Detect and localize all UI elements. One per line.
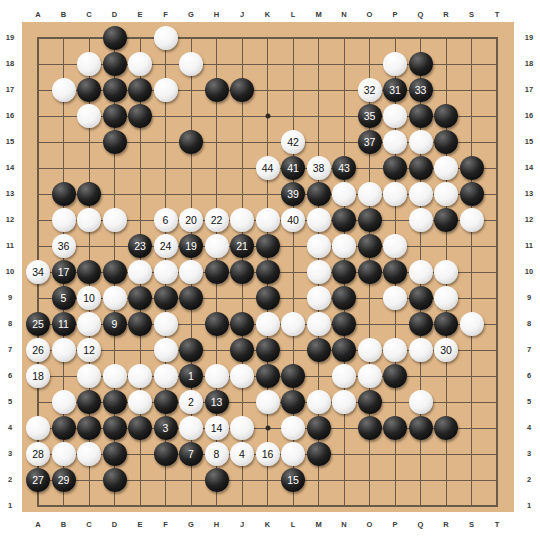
stone-black (103, 78, 127, 102)
column-label: M (315, 521, 321, 529)
stone-white (154, 338, 178, 362)
column-label: D (112, 521, 117, 529)
stone-white (77, 442, 101, 466)
column-label: F (163, 11, 168, 19)
stone-black (332, 286, 356, 310)
stone-white (77, 364, 101, 388)
stone-black (307, 182, 331, 206)
stone-black-move-5: 5 (52, 286, 76, 310)
stone-white (154, 26, 178, 50)
stone-black (434, 208, 458, 232)
stone-black (256, 364, 280, 388)
stone-black-move-23: 23 (128, 234, 152, 258)
row-label: 18 (521, 60, 537, 68)
column-label: S (469, 11, 474, 19)
stone-white (205, 364, 229, 388)
row-label: 13 (521, 190, 537, 198)
stone-black (103, 104, 127, 128)
stone-white (103, 364, 127, 388)
column-label: T (495, 11, 500, 19)
stone-white-move-36: 36 (52, 234, 76, 258)
stone-black (77, 260, 101, 284)
stone-black (52, 416, 76, 440)
stone-black (332, 260, 356, 284)
stone-black (205, 468, 229, 492)
stones-grid: 3231333542374441384339620224036232419213… (25, 25, 510, 519)
stone-black (77, 78, 101, 102)
stone-black (128, 416, 152, 440)
stone-black (460, 182, 484, 206)
stone-black (332, 208, 356, 232)
stone-black-move-17: 17 (52, 260, 76, 284)
stone-white (52, 442, 76, 466)
stone-black-move-41: 41 (281, 156, 305, 180)
stone-black-move-13: 13 (205, 390, 229, 414)
column-label: H (214, 521, 219, 529)
stone-black (307, 416, 331, 440)
row-label: 2 (2, 476, 18, 484)
stone-white (52, 78, 76, 102)
row-label: 4 (2, 424, 18, 432)
row-label: 6 (521, 372, 537, 380)
stone-white (230, 208, 254, 232)
stone-white (154, 78, 178, 102)
stone-black (154, 286, 178, 310)
stone-white (103, 208, 127, 232)
stone-white (409, 208, 433, 232)
row-label: 16 (521, 112, 537, 120)
row-label: 9 (2, 294, 18, 302)
stone-white (307, 286, 331, 310)
stone-black (358, 260, 382, 284)
stone-black (256, 234, 280, 258)
row-label: 3 (2, 450, 18, 458)
column-label: E (137, 11, 142, 19)
stone-white (409, 182, 433, 206)
stone-white (460, 208, 484, 232)
stone-black (332, 338, 356, 362)
column-label: Q (418, 521, 424, 529)
row-label: 19 (521, 34, 537, 42)
stone-white (256, 390, 280, 414)
stone-white (434, 182, 458, 206)
row-label: 15 (2, 138, 18, 146)
stone-white (77, 104, 101, 128)
stone-black (103, 416, 127, 440)
stone-white (358, 364, 382, 388)
row-label: 1 (2, 502, 18, 510)
row-label: 6 (2, 372, 18, 380)
stone-black (205, 312, 229, 336)
column-label: P (392, 521, 397, 529)
stone-white (383, 104, 407, 128)
stone-black (179, 130, 203, 154)
stone-black (77, 390, 101, 414)
stone-white (307, 390, 331, 414)
stone-white (307, 234, 331, 258)
stone-white-move-18: 18 (26, 364, 50, 388)
row-label: 17 (2, 86, 18, 94)
column-label: O (367, 521, 373, 529)
column-label: C (86, 521, 91, 529)
stone-white (26, 416, 50, 440)
stone-black (383, 416, 407, 440)
stone-black (460, 156, 484, 180)
stone-black (230, 338, 254, 362)
stone-white-move-4: 4 (230, 442, 254, 466)
row-label: 8 (521, 320, 537, 328)
stone-white (103, 286, 127, 310)
stone-white (383, 182, 407, 206)
row-label: 8 (2, 320, 18, 328)
stone-black (205, 260, 229, 284)
column-label: N (341, 11, 346, 19)
stone-white-move-30: 30 (434, 338, 458, 362)
row-label: 14 (521, 164, 537, 172)
stone-white (460, 312, 484, 336)
stone-black (77, 182, 101, 206)
stone-black (128, 312, 152, 336)
column-label: J (240, 521, 244, 529)
row-label: 7 (2, 346, 18, 354)
stone-white (256, 312, 280, 336)
column-label: K (265, 521, 270, 529)
stone-white (154, 312, 178, 336)
stone-black (103, 130, 127, 154)
stone-white (179, 260, 203, 284)
column-label: L (291, 521, 296, 529)
stone-white (77, 208, 101, 232)
stone-white-move-42: 42 (281, 130, 305, 154)
stone-black (256, 260, 280, 284)
column-label: H (214, 11, 219, 19)
stone-black (409, 416, 433, 440)
stone-white (434, 156, 458, 180)
stone-black (103, 468, 127, 492)
stone-white-move-28: 28 (26, 442, 50, 466)
stone-black (103, 442, 127, 466)
stone-black (256, 286, 280, 310)
column-label: P (392, 11, 397, 19)
row-label: 2 (521, 476, 537, 484)
stone-white (358, 338, 382, 362)
stone-black (281, 364, 305, 388)
stone-black (256, 338, 280, 362)
stone-white (230, 416, 254, 440)
stone-white (256, 208, 280, 232)
stone-black (52, 182, 76, 206)
stone-black-move-31: 31 (383, 78, 407, 102)
stone-black-move-21: 21 (230, 234, 254, 258)
stone-black-move-33: 33 (409, 78, 433, 102)
row-label: 5 (2, 398, 18, 406)
stone-white (281, 442, 305, 466)
stone-black (307, 442, 331, 466)
stone-white (409, 260, 433, 284)
stone-black (409, 156, 433, 180)
stone-white (307, 312, 331, 336)
stone-black (409, 286, 433, 310)
stone-white-move-32: 32 (358, 78, 382, 102)
stone-black (409, 104, 433, 128)
stone-black-move-15: 15 (281, 468, 305, 492)
stone-black-move-27: 27 (26, 468, 50, 492)
column-label: R (443, 521, 448, 529)
stone-black (154, 442, 178, 466)
stone-black (332, 312, 356, 336)
column-label: T (495, 521, 500, 529)
row-label: 12 (521, 216, 537, 224)
stone-white-move-10: 10 (77, 286, 101, 310)
column-label: C (86, 11, 91, 19)
stone-white (230, 364, 254, 388)
stone-white (332, 182, 356, 206)
stone-white (332, 234, 356, 258)
stone-black-move-9: 9 (103, 312, 127, 336)
column-label: G (188, 521, 194, 529)
stone-white (154, 260, 178, 284)
stone-black-move-37: 37 (358, 130, 382, 154)
stone-black (230, 312, 254, 336)
stone-black (103, 52, 127, 76)
column-label: G (188, 11, 194, 19)
row-label: 11 (2, 242, 18, 250)
stone-black (358, 208, 382, 232)
row-label: 7 (521, 346, 537, 354)
row-label: 13 (2, 190, 18, 198)
stone-black (434, 312, 458, 336)
stone-white-move-16: 16 (256, 442, 280, 466)
stone-white (281, 312, 305, 336)
column-label: K (265, 11, 270, 19)
stone-white (358, 182, 382, 206)
stone-black (434, 104, 458, 128)
stone-white (77, 52, 101, 76)
stone-white (332, 390, 356, 414)
stone-white (434, 286, 458, 310)
stone-white (307, 208, 331, 232)
page: AABBCCDDEEFFGGHHJJKKLLMMNNOOPPQQRRSSTT19… (0, 0, 540, 540)
stone-black (179, 338, 203, 362)
stone-black (128, 78, 152, 102)
column-label: S (469, 521, 474, 529)
stone-white (128, 260, 152, 284)
column-label: B (61, 521, 66, 529)
stone-black (409, 52, 433, 76)
stone-white (52, 390, 76, 414)
column-label: A (35, 521, 40, 529)
column-label: J (240, 11, 244, 19)
stone-black (358, 416, 382, 440)
stone-white (179, 416, 203, 440)
stone-white (332, 364, 356, 388)
stone-white (383, 52, 407, 76)
stone-white (52, 338, 76, 362)
stone-white-move-38: 38 (307, 156, 331, 180)
stone-black (434, 416, 458, 440)
stone-white (409, 338, 433, 362)
stone-white-move-6: 6 (154, 208, 178, 232)
stone-white (128, 52, 152, 76)
stone-black-move-39: 39 (281, 182, 305, 206)
column-label: L (291, 11, 296, 19)
stone-black (154, 390, 178, 414)
stone-black (128, 286, 152, 310)
stone-white-move-22: 22 (205, 208, 229, 232)
column-label: R (443, 11, 448, 19)
stone-white-move-40: 40 (281, 208, 305, 232)
stone-black (383, 156, 407, 180)
column-label: F (163, 521, 168, 529)
column-label: N (341, 521, 346, 529)
stone-white (52, 208, 76, 232)
column-label: D (112, 11, 117, 19)
row-label: 3 (521, 450, 537, 458)
stone-black (409, 312, 433, 336)
stone-white (128, 390, 152, 414)
stone-white-move-34: 34 (26, 260, 50, 284)
stone-white-move-26: 26 (26, 338, 50, 362)
stone-black (281, 390, 305, 414)
stone-black (358, 234, 382, 258)
row-label: 5 (521, 398, 537, 406)
stone-white (205, 234, 229, 258)
stone-black-move-25: 25 (26, 312, 50, 336)
stone-black (205, 78, 229, 102)
stone-white (383, 130, 407, 154)
row-label: 1 (521, 502, 537, 510)
row-label: 17 (521, 86, 537, 94)
stone-white-move-44: 44 (256, 156, 280, 180)
stone-black (128, 104, 152, 128)
stone-white-move-8: 8 (205, 442, 229, 466)
stone-white-move-24: 24 (154, 234, 178, 258)
column-label: O (367, 11, 373, 19)
stone-white (307, 260, 331, 284)
stone-black (179, 286, 203, 310)
stone-black-move-1: 1 (179, 364, 203, 388)
stone-black (230, 78, 254, 102)
row-label: 4 (521, 424, 537, 432)
stone-white (281, 416, 305, 440)
row-label: 14 (2, 164, 18, 172)
stone-black-move-29: 29 (52, 468, 76, 492)
stone-white-move-2: 2 (179, 390, 203, 414)
stone-white (383, 234, 407, 258)
stone-black (103, 390, 127, 414)
stone-black-move-11: 11 (52, 312, 76, 336)
stone-black-move-43: 43 (332, 156, 356, 180)
stone-black (383, 364, 407, 388)
stone-white (383, 338, 407, 362)
stone-white (383, 286, 407, 310)
row-label: 11 (521, 242, 537, 250)
column-label: A (35, 11, 40, 19)
stone-black (383, 260, 407, 284)
stone-white (409, 390, 433, 414)
stone-black (103, 260, 127, 284)
column-label: B (61, 11, 66, 19)
row-label: 10 (2, 268, 18, 276)
stone-black-move-3: 3 (154, 416, 178, 440)
stone-black (434, 130, 458, 154)
column-label: E (137, 521, 142, 529)
stone-white (179, 52, 203, 76)
stone-white (154, 364, 178, 388)
stone-white-move-12: 12 (77, 338, 101, 362)
stone-black (230, 260, 254, 284)
stone-white (128, 364, 152, 388)
row-label: 19 (2, 34, 18, 42)
stone-black (77, 416, 101, 440)
stone-black-move-35: 35 (358, 104, 382, 128)
stone-black (358, 390, 382, 414)
row-label: 16 (2, 112, 18, 120)
stone-white-move-20: 20 (179, 208, 203, 232)
row-label: 10 (521, 268, 537, 276)
stone-white (77, 312, 101, 336)
row-label: 18 (2, 60, 18, 68)
row-label: 15 (521, 138, 537, 146)
column-label: Q (418, 11, 424, 19)
column-label: M (315, 11, 321, 19)
stone-black (103, 26, 127, 50)
stone-black (307, 338, 331, 362)
stone-white (409, 130, 433, 154)
stone-black-move-19: 19 (179, 234, 203, 258)
stone-white-move-14: 14 (205, 416, 229, 440)
row-label: 12 (2, 216, 18, 224)
stone-black-move-7: 7 (179, 442, 203, 466)
stone-white (434, 260, 458, 284)
row-label: 9 (521, 294, 537, 302)
